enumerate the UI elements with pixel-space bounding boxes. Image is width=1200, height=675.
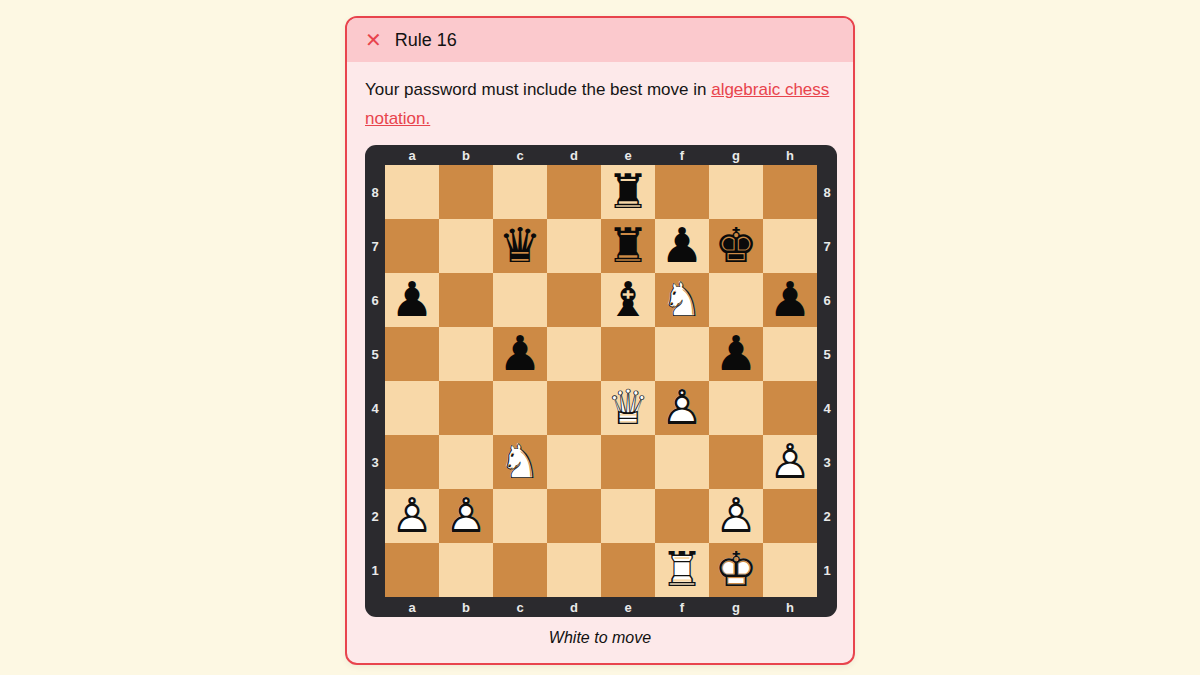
- square-h7: [763, 219, 817, 273]
- square-a8: [385, 165, 439, 219]
- rank-label-3: 3: [817, 435, 837, 489]
- square-a5: [385, 327, 439, 381]
- piece-black-rook: ♜: [601, 219, 655, 273]
- rank-label-1: 1: [817, 543, 837, 597]
- square-d5: [547, 327, 601, 381]
- square-g4: [709, 381, 763, 435]
- piece-black-pawn: ♟: [385, 273, 439, 327]
- rule-text-prefix: Your password must include the best move…: [365, 80, 711, 99]
- square-a6: ♟: [385, 273, 439, 327]
- square-h1: [763, 543, 817, 597]
- piece-black-king: ♚: [709, 219, 763, 273]
- piece-white-pawn: ♟♙: [655, 381, 709, 435]
- file-label-e: e: [601, 145, 655, 165]
- file-label-g: g: [709, 597, 763, 617]
- file-label-d: d: [547, 597, 601, 617]
- file-label-d: d: [547, 145, 601, 165]
- square-h2: [763, 489, 817, 543]
- square-d3: [547, 435, 601, 489]
- file-label-c: c: [493, 145, 547, 165]
- piece-white-pawn: ♟♙: [385, 489, 439, 543]
- file-label-b: b: [439, 597, 493, 617]
- square-b7: [439, 219, 493, 273]
- square-b2: ♟♙: [439, 489, 493, 543]
- square-d1: [547, 543, 601, 597]
- square-g2: ♟♙: [709, 489, 763, 543]
- square-g6: [709, 273, 763, 327]
- rank-label-8: 8: [817, 165, 837, 219]
- square-c2: [493, 489, 547, 543]
- file-label-e: e: [601, 597, 655, 617]
- board-corner: [817, 145, 837, 165]
- square-e6: ♝: [601, 273, 655, 327]
- square-d8: [547, 165, 601, 219]
- piece-white-queen: ♛♕: [601, 381, 655, 435]
- square-d7: [547, 219, 601, 273]
- square-a3: [385, 435, 439, 489]
- rank-label-4: 4: [365, 381, 385, 435]
- square-d2: [547, 489, 601, 543]
- square-e3: [601, 435, 655, 489]
- file-label-h: h: [763, 597, 817, 617]
- square-g3: [709, 435, 763, 489]
- square-c5: ♟: [493, 327, 547, 381]
- file-label-f: f: [655, 597, 709, 617]
- square-c6: [493, 273, 547, 327]
- piece-white-king: ♚♔: [709, 543, 763, 597]
- square-f2: [655, 489, 709, 543]
- piece-white-pawn: ♟♙: [439, 489, 493, 543]
- square-a4: [385, 381, 439, 435]
- square-e4: ♛♕: [601, 381, 655, 435]
- square-b4: [439, 381, 493, 435]
- rule-title: Rule 16: [395, 30, 457, 50]
- piece-white-pawn: ♟♙: [763, 435, 817, 489]
- rank-label-6: 6: [817, 273, 837, 327]
- rank-label-4: 4: [817, 381, 837, 435]
- file-label-b: b: [439, 145, 493, 165]
- square-g1: ♚♔: [709, 543, 763, 597]
- rank-label-1: 1: [365, 543, 385, 597]
- board-corner: [365, 597, 385, 617]
- piece-black-bishop: ♝: [601, 273, 655, 327]
- square-h3: ♟♙: [763, 435, 817, 489]
- rank-label-2: 2: [817, 489, 837, 543]
- file-label-g: g: [709, 145, 763, 165]
- side-to-move-caption: White to move: [365, 629, 835, 647]
- rank-label-3: 3: [365, 435, 385, 489]
- square-g5: ♟: [709, 327, 763, 381]
- file-label-h: h: [763, 145, 817, 165]
- square-b5: [439, 327, 493, 381]
- square-c4: [493, 381, 547, 435]
- square-f5: [655, 327, 709, 381]
- square-f7: ♟: [655, 219, 709, 273]
- rank-label-2: 2: [365, 489, 385, 543]
- piece-white-knight: ♞♘: [493, 435, 547, 489]
- chess-board: abcdefgh8♜87♛♜♟♚76♟♝♞♘♟65♟♟54♛♕♟♙43♞♘♟♙3…: [365, 145, 837, 617]
- square-d6: [547, 273, 601, 327]
- rank-label-5: 5: [817, 327, 837, 381]
- square-g8: [709, 165, 763, 219]
- rule-card: ✕ Rule 16 Your password must include the…: [345, 16, 855, 665]
- rank-label-5: 5: [365, 327, 385, 381]
- square-f8: [655, 165, 709, 219]
- close-icon[interactable]: ✕: [365, 30, 382, 50]
- square-e5: [601, 327, 655, 381]
- square-a2: ♟♙: [385, 489, 439, 543]
- file-label-f: f: [655, 145, 709, 165]
- square-g7: ♚: [709, 219, 763, 273]
- piece-black-pawn: ♟: [655, 219, 709, 273]
- rank-label-7: 7: [817, 219, 837, 273]
- square-h8: [763, 165, 817, 219]
- square-e8: ♜: [601, 165, 655, 219]
- file-label-a: a: [385, 145, 439, 165]
- square-e1: [601, 543, 655, 597]
- board-corner: [365, 145, 385, 165]
- square-c7: ♛: [493, 219, 547, 273]
- rank-label-8: 8: [365, 165, 385, 219]
- square-a1: [385, 543, 439, 597]
- piece-black-rook: ♜: [601, 165, 655, 219]
- square-f1: ♜♖: [655, 543, 709, 597]
- square-h5: [763, 327, 817, 381]
- rule-card-header: ✕ Rule 16: [347, 18, 853, 62]
- square-e2: [601, 489, 655, 543]
- square-b3: [439, 435, 493, 489]
- piece-white-knight: ♞♘: [655, 273, 709, 327]
- square-f4: ♟♙: [655, 381, 709, 435]
- piece-white-rook: ♜♖: [655, 543, 709, 597]
- rule-text: Your password must include the best move…: [365, 75, 835, 133]
- square-a7: [385, 219, 439, 273]
- square-e7: ♜: [601, 219, 655, 273]
- piece-white-pawn: ♟♙: [709, 489, 763, 543]
- square-c1: [493, 543, 547, 597]
- board-corner: [817, 597, 837, 617]
- square-b8: [439, 165, 493, 219]
- square-h6: ♟: [763, 273, 817, 327]
- rule-card-body: Your password must include the best move…: [347, 62, 853, 663]
- square-b1: [439, 543, 493, 597]
- piece-black-queen: ♛: [493, 219, 547, 273]
- square-f3: [655, 435, 709, 489]
- piece-black-pawn: ♟: [493, 327, 547, 381]
- square-b6: [439, 273, 493, 327]
- piece-black-pawn: ♟: [763, 273, 817, 327]
- square-c8: [493, 165, 547, 219]
- file-label-c: c: [493, 597, 547, 617]
- square-f6: ♞♘: [655, 273, 709, 327]
- rank-label-7: 7: [365, 219, 385, 273]
- piece-black-pawn: ♟: [709, 327, 763, 381]
- square-h4: [763, 381, 817, 435]
- file-label-a: a: [385, 597, 439, 617]
- square-c3: ♞♘: [493, 435, 547, 489]
- rank-label-6: 6: [365, 273, 385, 327]
- square-d4: [547, 381, 601, 435]
